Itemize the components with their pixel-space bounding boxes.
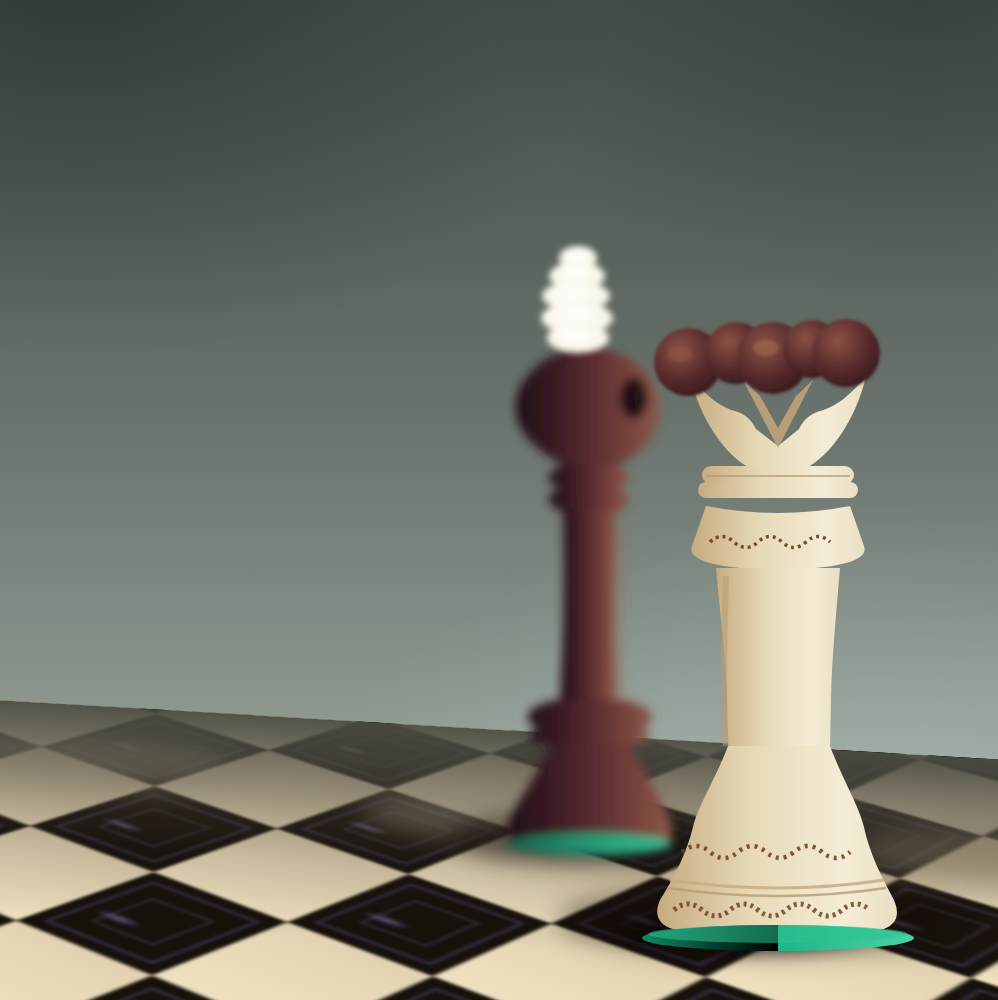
photo-scene: [0, 0, 998, 1000]
white-queen-piece[interactable]: [626, 306, 926, 966]
white-queen-vector: [626, 306, 926, 966]
queen-coronet-beads: [654, 319, 880, 396]
king-finial: [541, 246, 613, 353]
square-engraving: [317, 696, 412, 700]
square-b6[interactable]: [261, 696, 467, 717]
square-engraving: [282, 696, 446, 711]
